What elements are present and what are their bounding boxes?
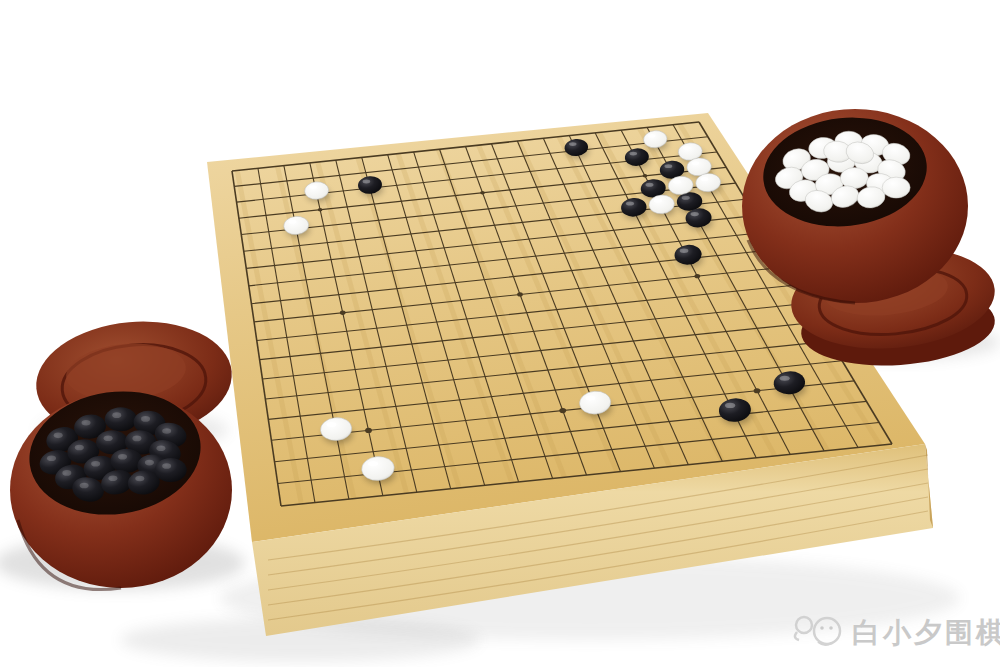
bowl-white-stone	[882, 177, 910, 198]
star-point	[559, 408, 566, 413]
star-point	[643, 174, 648, 178]
bowl-black-stone	[105, 407, 137, 431]
bowl-white-stone	[840, 168, 868, 189]
go-board-photo: 白小夕围棋	[0, 0, 1000, 667]
bowl-black-stone	[111, 449, 143, 473]
star-point	[340, 311, 346, 315]
bowl-black-stone	[155, 458, 187, 482]
star-point	[365, 428, 372, 433]
star-point	[694, 274, 700, 278]
star-point	[754, 388, 761, 393]
watermark-text: 白小夕围棋	[852, 616, 1000, 649]
scene-svg: 白小夕围棋	[0, 0, 1000, 667]
star-point	[318, 208, 323, 212]
star-point	[517, 292, 523, 296]
star-point	[480, 191, 485, 195]
